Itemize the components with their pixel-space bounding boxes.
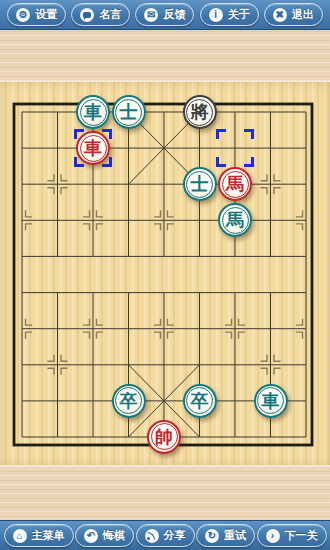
piece-black-士[interactable]: 士 [112,95,146,129]
share-button[interactable]: 分享 [136,524,195,547]
last-move-mark [216,129,254,167]
piece-black-卒[interactable]: 卒 [183,384,217,418]
undo-icon: ↶ [84,529,98,543]
wood-frame-bottom [0,465,330,521]
undo-move-label: 悔棋 [103,528,125,543]
piece-black-士[interactable]: 士 [183,167,217,201]
refresh-icon: ↻ [205,529,219,543]
piece-king-black-將[interactable]: 將 [183,95,217,129]
retry-label: 重试 [224,528,246,543]
bottom-toolbar: ⌂ 主菜单 ↶ 悔棋 分享 ↻ 重试 › 下一关 [0,520,330,550]
undo-move-button[interactable]: ↶ 悔棋 [75,524,134,547]
main-menu-button[interactable]: ⌂ 主菜单 [4,524,74,547]
piece-black-卒[interactable]: 卒 [112,384,146,418]
piece-red-馬[interactable]: 馬 [218,167,252,201]
piece-black-車[interactable]: 車 [254,384,288,418]
piece-red-帥[interactable]: 帥 [147,420,181,454]
app-screen: ⚙ 设置 名言 ✉ 反馈 i 关于 ✖ 退出 [0,0,330,550]
next-level-label: 下一关 [285,528,318,543]
next-icon: › [266,529,280,543]
main-menu-label: 主菜单 [32,528,65,543]
share-label: 分享 [164,528,186,543]
piece-black-車[interactable]: 車 [76,95,110,129]
piece-red-車[interactable]: 車 [76,131,110,165]
piece-black-馬[interactable]: 馬 [218,203,252,237]
retry-button[interactable]: ↻ 重试 [196,524,255,547]
rss-icon [145,529,159,543]
next-level-button[interactable]: › 下一关 [257,524,327,547]
home-icon: ⌂ [13,529,27,543]
